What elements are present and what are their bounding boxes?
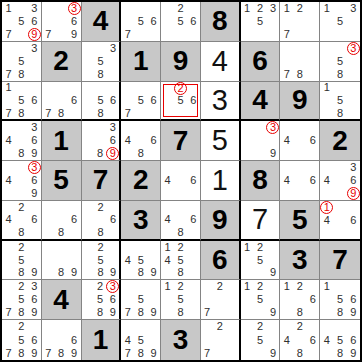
cell-r5c3[interactable]: 7 <box>82 161 122 201</box>
candidate-1: 1 <box>241 241 254 254</box>
candidate-grid: 3578 <box>2 42 41 81</box>
cell-r4c5[interactable]: 7 <box>161 121 201 161</box>
candidate-empty <box>55 201 68 214</box>
cell-r8c6[interactable]: 27 <box>201 280 241 320</box>
candidate-grid: 1258 <box>161 280 200 319</box>
candidate-empty <box>241 347 254 360</box>
candidate-7: 7 <box>201 347 214 360</box>
cell-r1c4[interactable]: 567 <box>121 2 161 42</box>
candidate-empty <box>241 267 254 280</box>
candidate-empty <box>187 280 200 293</box>
cell-r9c3[interactable]: 1 <box>82 320 122 360</box>
candidate-5: 5 <box>254 333 267 346</box>
candidate-empty <box>15 161 28 174</box>
cell-r3c9[interactable]: 158 <box>320 82 360 122</box>
candidate-empty <box>2 94 15 107</box>
candidate-empty <box>2 42 15 55</box>
candidate-grid: 358 <box>82 42 120 81</box>
candidate-grid: 268 <box>82 201 120 239</box>
candidate-8: 8 <box>55 107 68 120</box>
candidate-empty <box>15 82 28 95</box>
candidate-7: 7 <box>2 347 15 360</box>
candidate-8: 8 <box>94 68 107 81</box>
candidate-empty <box>82 213 95 226</box>
candidate-empty <box>267 241 280 254</box>
candidate-empty <box>174 187 187 200</box>
candidate-2: 2 <box>254 280 267 293</box>
cell-r2c1[interactable]: 3578 <box>2 42 42 82</box>
candidate-empty <box>82 42 95 55</box>
candidate-4: 4 <box>320 214 333 226</box>
cell-r8c1[interactable]: 2356789 <box>2 280 42 320</box>
cell-r5c8[interactable]: 46 <box>280 161 320 201</box>
cell-r9c6[interactable]: 27 <box>201 320 241 360</box>
candidate-grid: 568 <box>82 82 120 120</box>
candidate-empty <box>280 320 293 333</box>
candidate-empty <box>134 107 147 120</box>
candidate-grid: 158 <box>320 82 360 120</box>
candidate-empty <box>254 134 267 147</box>
candidate-empty <box>213 333 226 346</box>
candidate-5: 5 <box>254 293 267 306</box>
candidate-4: 4 <box>280 333 293 346</box>
solved-digit: 4 <box>212 47 228 76</box>
candidate-empty <box>15 2 28 15</box>
candidate-empty <box>55 213 68 226</box>
candidate-empty <box>347 280 360 293</box>
candidate-grid: 34689 <box>2 121 41 160</box>
candidate-empty <box>333 161 346 174</box>
candidate-7: 7 <box>121 28 134 41</box>
cell-r6c2[interactable]: 68 <box>42 201 82 241</box>
given-digit: 2 <box>53 47 69 75</box>
cell-r6c4[interactable]: 3 <box>121 201 161 241</box>
candidate-empty <box>187 254 200 267</box>
candidate-empty <box>174 213 187 226</box>
candidate-empty <box>347 201 360 214</box>
cell-r1c9[interactable]: 135 <box>320 2 360 42</box>
candidate-2: 2 <box>254 241 267 254</box>
candidate-empty <box>2 293 15 306</box>
candidate-empty <box>134 82 147 95</box>
candidate-empty <box>15 187 28 200</box>
cell-r2c2[interactable]: 2 <box>42 42 82 82</box>
candidate-9: 9 <box>107 267 120 280</box>
candidate-empty <box>333 320 346 333</box>
cell-r2c5[interactable]: 9 <box>161 42 201 82</box>
candidate-empty <box>28 241 41 254</box>
candidate-1-circled: 1 <box>320 201 333 214</box>
candidate-empty <box>42 226 55 239</box>
solved-digit: 3 <box>212 86 228 115</box>
cell-r2c9[interactable]: 358 <box>320 42 360 82</box>
candidate-empty <box>82 68 95 81</box>
candidate-empty <box>347 107 360 120</box>
candidate-empty <box>213 347 226 360</box>
given-digit: 9 <box>173 47 189 75</box>
candidate-empty <box>161 267 174 280</box>
cell-r4c3[interactable]: 3689 <box>82 121 122 161</box>
candidate-empty <box>347 320 360 333</box>
candidate-empty <box>82 306 94 319</box>
cell-r9c9[interactable]: 45689 <box>320 320 360 360</box>
candidate-empty <box>254 267 267 280</box>
candidate-empty <box>320 226 333 238</box>
candidate-empty <box>293 161 306 174</box>
candidate-empty <box>28 226 41 239</box>
candidate-5: 5 <box>15 293 28 306</box>
candidate-5: 5 <box>94 94 107 107</box>
cell-r1c1[interactable]: 135679 <box>2 2 42 42</box>
candidate-grid: 1268 <box>280 280 319 319</box>
candidate-2: 2 <box>174 280 187 293</box>
candidate-empty <box>226 320 239 333</box>
cell-r7c8[interactable]: 3 <box>280 241 320 281</box>
candidate-empty <box>82 241 95 254</box>
candidate-8: 8 <box>174 226 187 239</box>
candidate-1: 1 <box>280 280 293 293</box>
cell-r7c3[interactable]: 2589 <box>82 241 122 281</box>
candidate-5: 5 <box>134 333 147 346</box>
given-digit: 7 <box>93 166 109 194</box>
cell-r3c3[interactable]: 568 <box>82 82 122 122</box>
candidate-empty <box>28 68 41 81</box>
cell-r5c4[interactable]: 2 <box>121 161 161 201</box>
candidate-4: 4 <box>121 333 134 346</box>
cell-r2c4[interactable]: 1 <box>121 42 161 82</box>
candidate-7: 7 <box>42 28 55 41</box>
candidate-6: 6 <box>68 15 81 28</box>
candidate-empty <box>107 82 120 95</box>
candidate-empty <box>55 94 68 107</box>
given-digit: 3 <box>173 326 189 354</box>
candidate-6: 6 <box>347 174 360 187</box>
candidate-empty <box>306 161 319 174</box>
candidate-empty <box>306 347 319 360</box>
candidate-6: 6 <box>28 134 41 147</box>
cell-r2c7[interactable]: 6 <box>241 42 281 82</box>
candidate-empty <box>2 121 15 134</box>
candidate-3: 3 <box>28 280 41 293</box>
candidate-empty <box>333 226 346 238</box>
cell-r7c1[interactable]: 2589 <box>2 241 42 281</box>
candidate-empty <box>187 226 200 239</box>
cell-r3c5[interactable]: 256 <box>161 82 201 122</box>
cell-r8c4[interactable]: 5789 <box>121 280 161 320</box>
candidate-8: 8 <box>333 347 346 360</box>
candidate-6: 6 <box>147 134 160 147</box>
cell-r8c3[interactable]: 235689 <box>82 280 122 320</box>
candidate-empty <box>2 241 15 254</box>
candidate-6: 6 <box>306 174 319 187</box>
cell-r3c6[interactable]: 3 <box>201 82 241 122</box>
candidate-6: 6 <box>68 94 81 107</box>
solved-digit: 5 <box>212 126 228 155</box>
candidate-9-circled: 9 <box>347 187 360 200</box>
candidate-empty <box>42 241 55 254</box>
candidate-empty <box>280 293 293 306</box>
candidate-empty <box>187 2 200 15</box>
candidate-8: 8 <box>55 347 68 360</box>
candidate-9: 9 <box>266 147 279 160</box>
cell-r3c4[interactable]: 567 <box>121 82 161 122</box>
candidate-6: 6 <box>306 333 319 346</box>
candidate-empty <box>174 161 187 174</box>
candidate-3: 3 <box>28 42 41 55</box>
candidate-empty <box>68 226 81 239</box>
candidate-7: 7 <box>42 347 55 360</box>
candidate-empty <box>254 121 267 134</box>
candidate-empty <box>147 293 160 306</box>
candidate-6: 6 <box>68 333 81 346</box>
candidate-empty <box>134 320 147 333</box>
candidate-empty <box>2 280 15 293</box>
cell-r3c1[interactable]: 15678 <box>2 82 42 122</box>
candidate-empty <box>161 161 174 174</box>
candidate-1: 1 <box>241 280 254 293</box>
candidate-empty <box>306 55 319 68</box>
cell-r4c4[interactable]: 468 <box>121 121 161 161</box>
cell-r7c9[interactable]: 7 <box>320 241 360 281</box>
candidate-grid: 27 <box>201 320 239 360</box>
cell-r9c7[interactable]: 259 <box>241 320 281 360</box>
candidate-empty <box>306 42 319 55</box>
candidate-empty <box>147 82 160 95</box>
cell-r7c2[interactable]: 89 <box>42 241 82 281</box>
candidate-empty <box>121 94 134 107</box>
cell-r9c8[interactable]: 2468 <box>280 320 320 360</box>
candidate-8: 8 <box>134 147 147 160</box>
candidate-9: 9 <box>106 306 119 319</box>
candidate-empty <box>320 68 333 81</box>
candidate-empty <box>320 28 333 41</box>
cell-r5c7[interactable]: 8 <box>241 161 281 201</box>
candidate-6: 6 <box>187 15 200 28</box>
cell-r4c9[interactable]: 2 <box>320 121 360 161</box>
candidate-6: 6 <box>347 293 360 306</box>
candidate-5: 5 <box>174 254 187 267</box>
candidate-empty <box>293 28 306 41</box>
candidate-grid: 2356789 <box>2 280 41 319</box>
candidate-6: 6 <box>106 134 119 147</box>
candidate-grid: 15689 <box>320 280 360 319</box>
candidate-empty <box>280 161 293 174</box>
candidate-grid: 46 <box>161 161 200 200</box>
candidate-4: 4 <box>2 174 15 187</box>
candidate-4: 4 <box>121 254 134 267</box>
candidate-grid: 45789 <box>121 320 160 360</box>
candidate-8: 8 <box>15 267 28 280</box>
candidate-empty <box>2 15 15 28</box>
candidate-5: 5 <box>94 55 107 68</box>
red-circle-icon: 9 <box>347 187 360 200</box>
candidate-empty <box>174 107 187 119</box>
candidate-empty <box>201 293 214 306</box>
candidate-grid: 2468 <box>2 201 41 239</box>
cell-r2c3[interactable]: 358 <box>82 42 122 82</box>
candidate-empty <box>107 226 120 239</box>
candidate-empty <box>94 121 106 134</box>
cell-r5c6[interactable]: 1 <box>201 161 241 201</box>
candidate-6: 6 <box>107 213 120 226</box>
cell-r8c7[interactable]: 1259 <box>241 280 281 320</box>
cell-r1c8[interactable]: 127 <box>280 2 320 42</box>
candidate-empty <box>306 15 319 28</box>
candidate-empty <box>28 201 41 214</box>
candidate-empty <box>293 293 306 306</box>
candidate-empty <box>174 28 187 41</box>
candidate-empty <box>107 55 120 68</box>
candidate-empty <box>241 306 254 319</box>
candidate-5: 5 <box>15 94 28 107</box>
cell-r1c3[interactable]: 4 <box>82 2 122 42</box>
candidate-grid: 135 <box>320 2 360 41</box>
candidate-9: 9 <box>28 267 41 280</box>
candidate-empty <box>280 306 293 319</box>
given-digit: 1 <box>133 47 149 75</box>
cell-r6c3[interactable]: 268 <box>82 201 122 241</box>
cell-r9c4[interactable]: 45789 <box>121 320 161 360</box>
candidate-9: 9 <box>347 347 360 360</box>
candidate-3: 3 <box>28 121 41 134</box>
cell-r5c1[interactable]: 3469 <box>2 161 42 201</box>
given-digit: 5 <box>53 166 69 194</box>
cell-r8c9[interactable]: 15689 <box>320 280 360 320</box>
candidate-empty <box>42 15 55 28</box>
cell-r2c8[interactable]: 78 <box>280 42 320 82</box>
candidate-empty <box>107 107 120 120</box>
candidate-empty <box>293 121 306 134</box>
cell-r8c5[interactable]: 1258 <box>161 280 201 320</box>
cell-r5c9[interactable]: 3469 <box>320 161 360 201</box>
cell-r6c5[interactable]: 468 <box>161 201 201 241</box>
candidate-9: 9 <box>347 306 360 319</box>
candidate-empty <box>347 55 360 68</box>
candidate-1: 1 <box>161 280 174 293</box>
cell-r6c7[interactable]: 7 <box>241 201 281 241</box>
given-digit: 6 <box>252 47 268 75</box>
candidate-empty <box>174 174 187 187</box>
candidate-empty <box>82 254 95 267</box>
candidate-empty <box>280 55 293 68</box>
candidate-empty <box>2 320 15 333</box>
cell-r1c7[interactable]: 1235 <box>241 2 281 42</box>
candidate-grid: 3469 <box>320 161 360 200</box>
candidate-empty <box>55 320 68 333</box>
candidate-empty <box>333 187 346 200</box>
cell-r6c6[interactable]: 9 <box>201 201 241 241</box>
cell-r3c8[interactable]: 9 <box>280 82 320 122</box>
cell-r7c5[interactable]: 12458 <box>161 241 201 281</box>
candidate-empty <box>121 320 134 333</box>
cell-r4c2[interactable]: 1 <box>42 121 82 161</box>
candidate-2: 2 <box>94 241 107 254</box>
cell-r8c8[interactable]: 1268 <box>280 280 320 320</box>
cell-r1c6[interactable]: 8 <box>201 2 241 42</box>
candidate-empty <box>134 280 147 293</box>
given-digit: 5 <box>292 206 308 234</box>
candidate-4: 4 <box>280 174 293 187</box>
candidate-empty <box>2 147 15 160</box>
candidate-empty <box>320 187 333 200</box>
cell-r9c1[interactable]: 256789 <box>2 320 42 360</box>
candidate-empty <box>306 147 319 160</box>
cell-r6c8[interactable]: 5 <box>280 201 320 241</box>
candidate-2: 2 <box>15 280 28 293</box>
cell-r1c5[interactable]: 256 <box>161 2 201 42</box>
given-digit: 2 <box>133 166 149 194</box>
candidate-empty <box>55 2 68 15</box>
candidate-4: 4 <box>2 134 15 147</box>
cell-r1c2[interactable]: 3679 <box>42 2 82 42</box>
candidate-empty <box>201 333 214 346</box>
cell-r4c1[interactable]: 34689 <box>2 121 42 161</box>
given-digit: 8 <box>212 7 228 35</box>
cell-r6c9[interactable]: 146 <box>320 201 360 241</box>
candidate-3: 3 <box>347 161 360 174</box>
red-circle-icon: 3 <box>68 2 81 15</box>
cell-r7c7[interactable]: 1259 <box>241 241 281 281</box>
cell-r4c6[interactable]: 5 <box>201 121 241 161</box>
candidate-empty <box>82 55 95 68</box>
candidate-9: 9 <box>267 347 280 360</box>
candidate-6: 6 <box>347 214 360 226</box>
candidate-empty <box>320 15 333 28</box>
candidate-6: 6 <box>107 94 120 107</box>
red-circle-icon: 9 <box>106 147 119 160</box>
candidate-1: 1 <box>2 82 15 95</box>
candidate-3-circled: 3 <box>347 42 360 55</box>
candidate-empty <box>306 68 319 81</box>
candidate-empty <box>226 293 239 306</box>
candidate-empty <box>320 293 333 306</box>
candidate-8: 8 <box>134 347 147 360</box>
candidate-empty <box>55 15 68 28</box>
candidate-8: 8 <box>94 107 107 120</box>
cell-r9c2[interactable]: 6789 <box>42 320 82 360</box>
candidate-9: 9 <box>147 306 160 319</box>
candidate-empty <box>147 333 160 346</box>
cell-r4c8[interactable]: 46 <box>280 121 320 161</box>
candidate-9: 9 <box>147 267 160 280</box>
cell-r7c4[interactable]: 4589 <box>121 241 161 281</box>
given-digit: 3 <box>292 246 308 274</box>
candidate-8: 8 <box>15 68 28 81</box>
cell-r3c7[interactable]: 4 <box>241 82 281 122</box>
candidate-empty <box>161 28 174 41</box>
cell-r2c6[interactable]: 4 <box>201 42 241 82</box>
cell-r5c5[interactable]: 46 <box>161 161 201 201</box>
cell-r5c2[interactable]: 5 <box>42 161 82 201</box>
candidate-empty <box>147 320 160 333</box>
candidate-empty <box>267 15 280 28</box>
cell-r4c7[interactable]: 39 <box>241 121 281 161</box>
candidate-empty <box>28 107 41 120</box>
candidate-2: 2 <box>94 201 107 214</box>
candidate-empty <box>147 147 160 160</box>
cell-r8c2[interactable]: 4 <box>42 280 82 320</box>
cell-r3c2[interactable]: 678 <box>42 82 82 122</box>
candidate-5: 5 <box>333 94 346 107</box>
cell-r9c5[interactable]: 3 <box>161 320 201 360</box>
candidate-4: 4 <box>161 174 174 187</box>
candidate-grid: 127 <box>280 2 319 41</box>
cell-r7c6[interactable]: 6 <box>201 241 241 281</box>
candidate-9-circled: 9 <box>28 28 41 41</box>
candidate-empty <box>174 201 187 214</box>
cell-r6c1[interactable]: 2468 <box>2 201 42 241</box>
candidate-empty <box>107 68 120 81</box>
